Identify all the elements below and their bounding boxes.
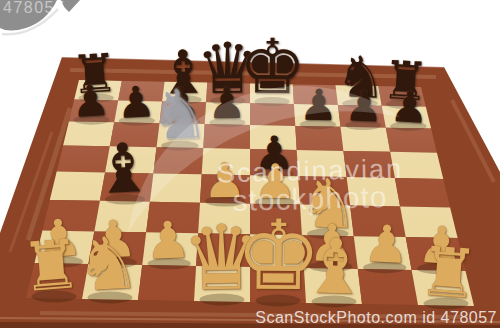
piece-black-pawn-g7: ♟: [344, 84, 384, 129]
piece-black-pawn-d7: ♟: [208, 82, 247, 125]
stock-photo-chess-scene: ♜♝♛♚♞♜♟♟♟♟♟♟♟♞♟♝♟♟♞♟♟♟♟♟♟♜♞♛♚♝♜ Scandina…: [0, 0, 500, 328]
piece-white-bishop-f1: ♝: [300, 228, 371, 306]
watermark-image-id: 478057: [3, 0, 65, 17]
piece-black-pawn-a7: ♟: [70, 79, 111, 124]
piece-white-knight-b1: ♞: [73, 226, 142, 302]
piece-black-pawn-h7: ♟: [389, 85, 430, 130]
watermark-credit-line: ScanStockPhoto.com id 478057: [255, 309, 497, 327]
piece-black-knight-c6: ♞: [147, 80, 210, 150]
piece-black-pawn-f7: ♟: [299, 84, 339, 128]
piece-white-rook-h1: ♜: [416, 238, 481, 309]
piece-black-bishop-b4: ♝: [91, 133, 155, 204]
piece-black-king-e8: ♚: [238, 29, 306, 105]
